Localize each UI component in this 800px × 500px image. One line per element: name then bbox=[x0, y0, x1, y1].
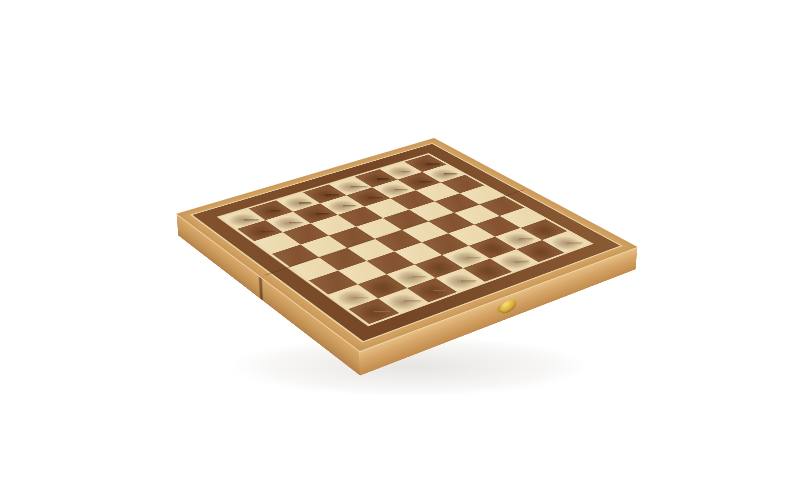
photo-stage: ♜♞♝♛♚♝♞♜♟♟♟♟♟♟♟♟♟♟♟♟♟♟♟♟♜♞♝♛♚♝♞♜ bbox=[0, 0, 800, 500]
white-rook-glyph: ♜ bbox=[349, 251, 399, 322]
brass-clasp-icon bbox=[497, 296, 518, 317]
clasp-knob bbox=[500, 297, 516, 314]
black-pawn-glyph: ♟ bbox=[240, 183, 279, 239]
